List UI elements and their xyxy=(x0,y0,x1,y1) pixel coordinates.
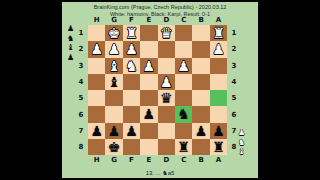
square-f3[interactable]: ♞ xyxy=(123,58,140,74)
piece-wP-a2[interactable]: ♟ xyxy=(210,41,227,57)
square-b4[interactable] xyxy=(192,74,209,90)
square-c1[interactable] xyxy=(175,25,192,41)
move-indicator: 13. ... ♞a5 xyxy=(62,169,258,176)
captured-piece-bP: ♟ xyxy=(67,24,74,34)
square-b8[interactable] xyxy=(192,139,209,155)
coord-label-1: 1 xyxy=(77,25,85,41)
square-e3[interactable]: ♟ xyxy=(140,58,157,74)
square-f1[interactable]: ♜ xyxy=(123,25,140,41)
square-g4[interactable]: ♝ xyxy=(105,74,122,90)
square-b2[interactable] xyxy=(192,41,209,57)
coord-label-B: B xyxy=(192,156,209,164)
square-a2[interactable]: ♟ xyxy=(210,41,227,57)
game-area: BrainKing.com (Prague, Czech Republic) -… xyxy=(62,2,258,178)
coord-label-1: 1 xyxy=(230,25,238,41)
coord-label-G: G xyxy=(105,156,122,164)
square-h6[interactable] xyxy=(88,106,105,122)
coord-label-2: 2 xyxy=(77,41,85,57)
square-d7[interactable] xyxy=(158,123,175,139)
square-h3[interactable] xyxy=(88,58,105,74)
square-f2[interactable]: ♟ xyxy=(123,41,140,57)
screenshot-root: BrainKing.com (Prague, Czech Republic) -… xyxy=(0,0,320,180)
square-b6[interactable] xyxy=(192,106,209,122)
piece-wP-e3[interactable]: ♟ xyxy=(140,58,157,74)
square-b7[interactable]: ♟ xyxy=(192,123,209,139)
square-g6[interactable] xyxy=(105,106,122,122)
square-e4[interactable] xyxy=(140,74,157,90)
square-a8[interactable]: ♜ xyxy=(210,139,227,155)
coord-label-D: D xyxy=(158,156,175,164)
piece-wP-d4[interactable]: ♟ xyxy=(158,74,175,90)
square-c8[interactable]: ♜ xyxy=(175,139,192,155)
coord-label-E: E xyxy=(140,16,157,24)
coord-label-C: C xyxy=(175,156,192,164)
square-f5[interactable] xyxy=(123,90,140,106)
square-f6[interactable] xyxy=(123,106,140,122)
square-g8[interactable]: ♚ xyxy=(105,139,122,155)
square-d6[interactable] xyxy=(158,106,175,122)
square-e7[interactable] xyxy=(140,123,157,139)
piece-wQ-d1[interactable]: ♛ xyxy=(158,25,175,41)
piece-bR-a8[interactable]: ♜ xyxy=(210,139,227,155)
square-g2[interactable]: ♟ xyxy=(105,41,122,57)
coord-label-E: E xyxy=(140,156,157,164)
piece-bR-c8[interactable]: ♜ xyxy=(175,139,192,155)
piece-wP-c3[interactable]: ♟ xyxy=(175,58,192,74)
piece-wP-f2[interactable]: ♟ xyxy=(123,41,140,57)
file-labels-top: HGFEDCBA xyxy=(88,16,227,24)
coord-label-A: A xyxy=(210,16,227,24)
piece-bP-a7[interactable]: ♟ xyxy=(210,123,227,139)
square-f4[interactable] xyxy=(123,74,140,90)
square-h5[interactable] xyxy=(88,90,105,106)
square-h7[interactable]: ♟ xyxy=(88,123,105,139)
rank-labels-left: 12345678 xyxy=(77,25,85,155)
file-labels-bottom: HGFEDCBA xyxy=(88,156,227,164)
square-b3[interactable] xyxy=(192,58,209,74)
captured-black-pieces: ♟♞♝♟ xyxy=(67,24,74,62)
coord-label-5: 5 xyxy=(77,90,85,106)
captured-piece-wP: ♟ xyxy=(238,128,245,138)
square-e8[interactable] xyxy=(140,139,157,155)
captured-piece-bP: ♟ xyxy=(67,53,74,63)
piece-bP-f7[interactable]: ♟ xyxy=(123,123,140,139)
square-h1[interactable] xyxy=(88,25,105,41)
rank-labels-right: 12345678 xyxy=(230,25,238,155)
square-c5[interactable] xyxy=(175,90,192,106)
coord-label-8: 8 xyxy=(77,139,85,155)
coord-label-6: 6 xyxy=(230,106,238,122)
captured-piece-wN: ♞ xyxy=(238,138,245,148)
coord-label-A: A xyxy=(210,156,227,164)
square-g1[interactable]: ♚ xyxy=(105,25,122,41)
coord-label-D: D xyxy=(158,16,175,24)
square-b1[interactable] xyxy=(192,25,209,41)
square-e1[interactable] xyxy=(140,25,157,41)
coord-label-H: H xyxy=(88,16,105,24)
piece-bQ-d5[interactable]: ♛ xyxy=(158,90,175,106)
square-a5[interactable] xyxy=(210,90,227,106)
square-d5[interactable]: ♛ xyxy=(158,90,175,106)
piece-wB-g3[interactable]: ♝ xyxy=(105,58,122,74)
coord-label-F: F xyxy=(123,16,140,24)
square-a1[interactable]: ♜ xyxy=(210,25,227,41)
captured-piece-bN: ♞ xyxy=(67,34,74,44)
captured-white-pieces: ♟♞♝ xyxy=(238,128,245,157)
square-a3[interactable] xyxy=(210,58,227,74)
square-h4[interactable] xyxy=(88,74,105,90)
coord-label-8: 8 xyxy=(230,139,238,155)
piece-bP-b7[interactable]: ♟ xyxy=(192,123,209,139)
piece-bP-g7[interactable]: ♟ xyxy=(105,123,122,139)
captured-piece-wB: ♝ xyxy=(238,147,245,157)
square-h2[interactable]: ♟ xyxy=(88,41,105,57)
square-d3[interactable] xyxy=(158,58,175,74)
square-d8[interactable] xyxy=(158,139,175,155)
chess-board[interactable]: ♚♜♛♜♟♟♟♟♝♞♟♟♝♟♛♟♞♟♟♟♟♟♚♜♜ xyxy=(88,25,227,155)
coord-label-3: 3 xyxy=(77,58,85,74)
square-e5[interactable] xyxy=(140,90,157,106)
piece-bP-h7[interactable]: ♟ xyxy=(88,123,105,139)
square-h8[interactable] xyxy=(88,139,105,155)
square-g7[interactable]: ♟ xyxy=(105,123,122,139)
square-c4[interactable] xyxy=(175,74,192,90)
square-a7[interactable]: ♟ xyxy=(210,123,227,139)
piece-bN-c6[interactable]: ♞ xyxy=(175,106,192,122)
coord-label-F: F xyxy=(123,156,140,164)
square-f8[interactable] xyxy=(123,139,140,155)
coord-label-6: 6 xyxy=(77,106,85,122)
square-d2[interactable] xyxy=(158,41,175,57)
square-d4[interactable]: ♟ xyxy=(158,74,175,90)
coord-label-4: 4 xyxy=(230,74,238,90)
piece-wP-h2[interactable]: ♟ xyxy=(88,41,105,57)
piece-wR-f1[interactable]: ♜ xyxy=(123,25,140,41)
square-d1[interactable]: ♛ xyxy=(158,25,175,41)
piece-wK-g1[interactable]: ♚ xyxy=(105,25,122,41)
coord-label-B: B xyxy=(192,16,209,24)
square-b5[interactable] xyxy=(192,90,209,106)
piece-bP-e6[interactable]: ♟ xyxy=(140,106,157,122)
game-info-event: BrainKing.com (Prague, Czech Republic) -… xyxy=(62,4,258,10)
piece-wR-a1[interactable]: ♜ xyxy=(210,25,227,41)
square-e6[interactable]: ♟ xyxy=(140,106,157,122)
square-c3[interactable]: ♟ xyxy=(175,58,192,74)
coord-label-2: 2 xyxy=(230,41,238,57)
square-e2[interactable] xyxy=(140,41,157,57)
letterbox-right xyxy=(258,0,320,180)
piece-bB-g4[interactable]: ♝ xyxy=(105,74,122,90)
coord-label-4: 4 xyxy=(77,74,85,90)
captured-piece-bB: ♝ xyxy=(67,43,74,53)
square-g5[interactable] xyxy=(105,90,122,106)
coord-label-7: 7 xyxy=(230,123,238,139)
letterbox-left xyxy=(0,0,62,180)
coord-label-H: H xyxy=(88,156,105,164)
coord-label-3: 3 xyxy=(230,58,238,74)
square-a4[interactable] xyxy=(210,74,227,90)
square-a6[interactable] xyxy=(210,106,227,122)
piece-bK-g8[interactable]: ♚ xyxy=(105,139,122,155)
square-f7[interactable]: ♟ xyxy=(123,123,140,139)
square-c6[interactable]: ♞ xyxy=(175,106,192,122)
coord-label-G: G xyxy=(105,16,122,24)
coord-label-7: 7 xyxy=(77,123,85,139)
square-g3[interactable]: ♝ xyxy=(105,58,122,74)
square-c2[interactable] xyxy=(175,41,192,57)
coord-label-5: 5 xyxy=(230,90,238,106)
piece-wP-g2[interactable]: ♟ xyxy=(105,41,122,57)
piece-wN-f3[interactable]: ♞ xyxy=(123,58,140,74)
square-c7[interactable] xyxy=(175,123,192,139)
coord-label-C: C xyxy=(175,16,192,24)
